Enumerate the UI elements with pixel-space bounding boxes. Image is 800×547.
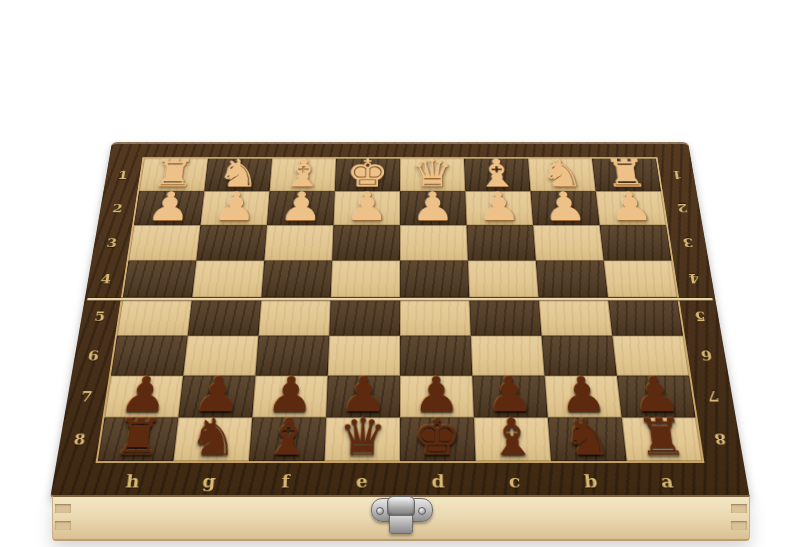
piece-black-rook[interactable]: ♜ — [111, 412, 166, 463]
frame-corner-bottom-left — [50, 463, 96, 499]
square-e2[interactable]: ♟ — [333, 191, 400, 225]
square-a8[interactable]: ♜ — [622, 417, 703, 461]
square-a5[interactable] — [608, 297, 683, 335]
square-h5[interactable] — [117, 297, 192, 335]
piece-black-king[interactable]: ♚ — [413, 412, 463, 463]
rank-label-2-left: 2 — [98, 191, 138, 225]
square-e3[interactable] — [332, 225, 400, 260]
rank-label-1-left: 1 — [103, 159, 142, 192]
piece-white-pawn[interactable]: ♟ — [278, 187, 323, 227]
frame-corner-top-left — [109, 144, 144, 157]
square-e8[interactable]: ♛ — [324, 417, 400, 461]
piece-black-bishop[interactable]: ♝ — [487, 412, 539, 463]
square-f5[interactable] — [258, 297, 330, 335]
finger-joint — [55, 521, 71, 530]
rank-label-7-right: 7 — [691, 376, 736, 418]
square-h3[interactable] — [128, 225, 200, 260]
rank-label-6-left: 6 — [71, 336, 115, 376]
board-fold-seam — [87, 297, 713, 301]
file-label-b: b — [552, 470, 630, 491]
finger-joint — [55, 504, 71, 513]
square-h8[interactable]: ♜ — [98, 417, 179, 461]
square-g4[interactable] — [192, 261, 264, 298]
piece-white-pawn[interactable]: ♟ — [476, 187, 521, 227]
finger-joint — [731, 504, 747, 513]
square-h4[interactable] — [123, 261, 197, 298]
frame-corner-bottom-right — [704, 463, 750, 499]
rank-label-7-left: 7 — [64, 376, 109, 418]
square-f3[interactable] — [264, 225, 333, 260]
file-label-h: h — [93, 470, 172, 491]
chess-board: 12345678 ♜♞♝♚♛♝♞♜♟♟♟♟♟♟♟♟♟♟♟♟♟♟♟♟♜♞♝♛♚♝♞… — [50, 142, 750, 499]
piece-white-pawn[interactable]: ♟ — [411, 187, 455, 227]
finger-joint — [731, 521, 747, 530]
file-label-a: a — [628, 470, 707, 491]
rank-label-8-right: 8 — [697, 417, 743, 461]
piece-black-queen[interactable]: ♛ — [338, 412, 388, 463]
file-label-c: c — [476, 470, 554, 491]
rank-label-6-right: 6 — [685, 336, 729, 376]
screw-icon — [418, 507, 426, 515]
square-d5[interactable] — [400, 297, 471, 335]
square-b5[interactable] — [539, 297, 613, 335]
rank-label-5-right: 5 — [679, 297, 722, 335]
square-b3[interactable] — [533, 225, 604, 260]
square-a3[interactable] — [600, 225, 672, 260]
square-g2[interactable]: ♟ — [200, 191, 269, 225]
piece-white-pawn[interactable]: ♟ — [212, 187, 259, 227]
rank-label-1-right: 1 — [658, 159, 697, 192]
piece-white-pawn[interactable]: ♟ — [145, 187, 193, 227]
frame-corner-top-right — [655, 144, 690, 157]
file-label-g: g — [170, 470, 248, 491]
square-d2[interactable]: ♟ — [400, 191, 467, 225]
file-label-d: d — [400, 470, 477, 491]
file-label-f: f — [247, 470, 325, 491]
square-b2[interactable]: ♟ — [530, 191, 599, 225]
square-c3[interactable] — [467, 225, 536, 260]
square-b4[interactable] — [536, 261, 608, 298]
square-d3[interactable] — [400, 225, 468, 260]
file-label-e: e — [323, 470, 400, 491]
square-c2[interactable]: ♟ — [465, 191, 533, 225]
square-e5[interactable] — [329, 297, 400, 335]
square-f2[interactable]: ♟ — [267, 191, 335, 225]
rank-label-4-left: 4 — [85, 261, 127, 298]
latch-tab — [389, 515, 413, 534]
square-f4[interactable] — [261, 261, 332, 298]
square-d4[interactable] — [400, 261, 469, 298]
square-d8[interactable]: ♚ — [400, 417, 476, 461]
square-a2[interactable]: ♟ — [596, 191, 666, 225]
playing-area: ♜♞♝♚♛♝♞♜♟♟♟♟♟♟♟♟♟♟♟♟♟♟♟♟♜♞♝♛♚♝♞♜ — [96, 157, 705, 463]
square-h2[interactable]: ♟ — [134, 191, 204, 225]
piece-black-knight[interactable]: ♞ — [186, 412, 240, 463]
piece-white-pawn[interactable]: ♟ — [541, 187, 588, 227]
rank-label-3-left: 3 — [91, 225, 132, 260]
square-c8[interactable]: ♝ — [474, 417, 551, 461]
rank-label-3-right: 3 — [668, 225, 709, 260]
metal-latch-icon — [371, 496, 431, 536]
piece-black-rook[interactable]: ♜ — [634, 412, 689, 463]
board-grid: ♜♞♝♚♛♝♞♜♟♟♟♟♟♟♟♟♟♟♟♟♟♟♟♟♜♞♝♛♚♝♞♜ — [98, 159, 702, 461]
square-f8[interactable]: ♝ — [249, 417, 326, 461]
piece-white-pawn[interactable]: ♟ — [345, 187, 389, 227]
square-c4[interactable] — [468, 261, 539, 298]
square-c5[interactable] — [469, 297, 541, 335]
square-e4[interactable] — [331, 261, 400, 298]
piece-black-knight[interactable]: ♞ — [560, 412, 614, 463]
square-b8[interactable]: ♞ — [548, 417, 627, 461]
file-labels-bottom: hgfedcba — [90, 463, 710, 499]
piece-white-pawn[interactable]: ♟ — [607, 187, 655, 227]
product-photo-scene: 12345678 ♜♞♝♚♛♝♞♜♟♟♟♟♟♟♟♟♟♟♟♟♟♟♟♟♜♞♝♛♚♝♞… — [0, 0, 800, 547]
box-side-panel — [52, 495, 750, 541]
rank-label-2-right: 2 — [663, 191, 703, 225]
square-g5[interactable] — [188, 297, 262, 335]
square-g3[interactable] — [196, 225, 267, 260]
rank-label-5-left: 5 — [78, 297, 121, 335]
screw-icon — [376, 507, 384, 515]
rank-label-8-left: 8 — [57, 417, 103, 461]
square-a4[interactable] — [604, 261, 678, 298]
square-g8[interactable]: ♞ — [173, 417, 252, 461]
piece-black-bishop[interactable]: ♝ — [262, 412, 314, 463]
rank-label-4-right: 4 — [673, 261, 715, 298]
